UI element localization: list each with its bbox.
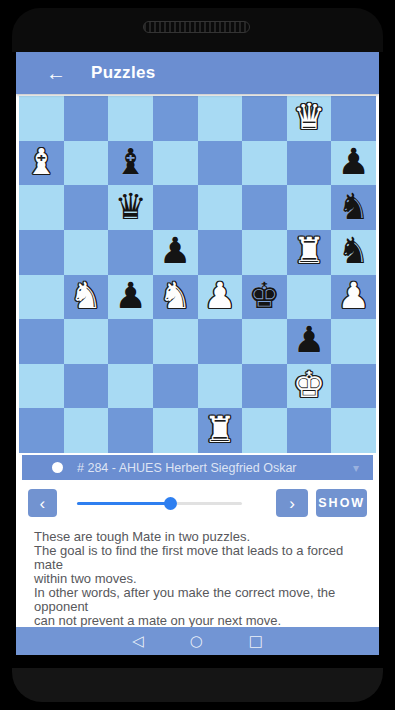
square-f2[interactable]: [242, 364, 287, 409]
square-h8[interactable]: [331, 96, 376, 141]
black-pawn-piece: ♟︎: [114, 278, 146, 314]
speaker-grille-icon: [143, 21, 250, 33]
square-h2[interactable]: [331, 364, 376, 409]
square-h6[interactable]: ♞︎: [331, 185, 376, 230]
white-king-piece: ♚︎: [293, 367, 325, 403]
square-c6[interactable]: ♛︎: [108, 185, 153, 230]
square-b2[interactable]: [64, 364, 109, 409]
square-d7[interactable]: [153, 141, 198, 186]
puzzle-title: # 284 - AHUES Herbert Siegfried Oskar: [77, 461, 339, 475]
square-f4[interactable]: ♚︎: [242, 275, 287, 320]
white-pawn-piece: ♟︎: [204, 278, 236, 314]
square-d8[interactable]: [153, 96, 198, 141]
puzzle-slider[interactable]: [77, 489, 242, 517]
square-b6[interactable]: [64, 185, 109, 230]
square-d4[interactable]: ♞︎: [153, 275, 198, 320]
square-e5[interactable]: [198, 230, 243, 275]
square-g2[interactable]: ♚︎: [287, 364, 332, 409]
square-a5[interactable]: [19, 230, 64, 275]
square-g6[interactable]: [287, 185, 332, 230]
instructions-text: These are tough Mate in two puzzles. The…: [16, 517, 379, 627]
square-d3[interactable]: [153, 319, 198, 364]
black-bishop-piece: ♝︎: [114, 144, 146, 180]
square-e4[interactable]: ♟︎: [198, 275, 243, 320]
black-knight-piece: ♞︎: [338, 233, 370, 269]
phone-frame: ← Puzzles ♛︎♝︎♝︎♟︎♛︎♞︎♟︎♜︎♞︎♞︎♟︎♞︎♟︎♚︎♟︎…: [0, 0, 395, 710]
chevron-right-icon: ›: [289, 495, 295, 512]
square-a3[interactable]: [19, 319, 64, 364]
square-a1[interactable]: [19, 408, 64, 453]
square-h1[interactable]: [331, 408, 376, 453]
square-g4[interactable]: [287, 275, 332, 320]
show-button[interactable]: SHOW: [316, 489, 367, 517]
black-pawn-piece: ♟︎: [159, 233, 191, 269]
white-queen-piece: ♛︎: [293, 99, 325, 135]
screen: ← Puzzles ♛︎♝︎♝︎♟︎♛︎♞︎♟︎♜︎♞︎♞︎♟︎♞︎♟︎♚︎♟︎…: [16, 52, 379, 655]
square-a6[interactable]: [19, 185, 64, 230]
square-e7[interactable]: [198, 141, 243, 186]
square-a7[interactable]: ♝︎: [19, 141, 64, 186]
chevron-left-icon: ‹: [40, 495, 46, 512]
black-knight-piece: ♞︎: [338, 189, 370, 225]
white-rook-piece: ♜︎: [293, 233, 325, 269]
square-f7[interactable]: [242, 141, 287, 186]
square-c5[interactable]: [108, 230, 153, 275]
dropdown-icon: ▾: [353, 461, 359, 475]
square-h7[interactable]: ♟︎: [331, 141, 376, 186]
nav-back-icon[interactable]: ◁: [132, 634, 144, 649]
black-pawn-piece: ♟︎: [293, 322, 325, 358]
content-area: ♛︎♝︎♝︎♟︎♛︎♞︎♟︎♜︎♞︎♞︎♟︎♞︎♟︎♚︎♟︎♟︎♚︎♜︎ # 2…: [16, 94, 379, 627]
back-arrow-icon[interactable]: ←: [46, 63, 66, 83]
square-g3[interactable]: ♟︎: [287, 319, 332, 364]
square-a4[interactable]: [19, 275, 64, 320]
square-a8[interactable]: [19, 96, 64, 141]
square-e6[interactable]: [198, 185, 243, 230]
square-e2[interactable]: [198, 364, 243, 409]
square-d6[interactable]: [153, 185, 198, 230]
square-g1[interactable]: [287, 408, 332, 453]
chess-board: ♛︎♝︎♝︎♟︎♛︎♞︎♟︎♜︎♞︎♞︎♟︎♞︎♟︎♚︎♟︎♟︎♚︎♜︎: [19, 96, 376, 453]
square-f1[interactable]: [242, 408, 287, 453]
square-g7[interactable]: [287, 141, 332, 186]
square-d1[interactable]: [153, 408, 198, 453]
square-b7[interactable]: [64, 141, 109, 186]
square-g8[interactable]: ♛︎: [287, 96, 332, 141]
page-title: Puzzles: [91, 63, 155, 83]
puzzle-selector[interactable]: # 284 - AHUES Herbert Siegfried Oskar ▾: [22, 455, 373, 480]
puzzle-bullet-icon: [52, 462, 63, 473]
black-queen-piece: ♛︎: [114, 189, 146, 225]
square-e3[interactable]: [198, 319, 243, 364]
square-c3[interactable]: [108, 319, 153, 364]
prev-puzzle-button[interactable]: ‹: [28, 489, 57, 517]
white-knight-piece: ♞︎: [159, 278, 191, 314]
square-c7[interactable]: ♝︎: [108, 141, 153, 186]
slider-fill: [77, 502, 171, 505]
square-f8[interactable]: [242, 96, 287, 141]
android-nav-bar: ◁ ○ □: [16, 627, 379, 655]
white-pawn-piece: ♟︎: [338, 278, 370, 314]
white-bishop-piece: ♝︎: [25, 144, 57, 180]
nav-recents-icon[interactable]: □: [249, 634, 263, 649]
square-b3[interactable]: [64, 319, 109, 364]
square-h4[interactable]: ♟︎: [331, 275, 376, 320]
square-b1[interactable]: [64, 408, 109, 453]
square-a2[interactable]: [19, 364, 64, 409]
slider-thumb[interactable]: [164, 497, 177, 510]
square-c8[interactable]: [108, 96, 153, 141]
square-d2[interactable]: [153, 364, 198, 409]
nav-home-icon[interactable]: ○: [190, 634, 203, 649]
square-e1[interactable]: ♜︎: [198, 408, 243, 453]
square-b4[interactable]: ♞︎: [64, 275, 109, 320]
square-e8[interactable]: [198, 96, 243, 141]
app-bar: ← Puzzles: [16, 52, 379, 94]
square-c2[interactable]: [108, 364, 153, 409]
black-king-piece: ♚︎: [248, 278, 280, 314]
square-g5[interactable]: ♜︎: [287, 230, 332, 275]
square-f3[interactable]: [242, 319, 287, 364]
square-b8[interactable]: [64, 96, 109, 141]
square-b5[interactable]: [64, 230, 109, 275]
square-c4[interactable]: ♟︎: [108, 275, 153, 320]
black-pawn-piece: ♟︎: [338, 144, 370, 180]
square-h3[interactable]: [331, 319, 376, 364]
square-f6[interactable]: [242, 185, 287, 230]
square-f5[interactable]: [242, 230, 287, 275]
white-knight-piece: ♞︎: [70, 278, 102, 314]
square-c1[interactable]: [108, 408, 153, 453]
next-puzzle-button[interactable]: ›: [276, 489, 309, 517]
square-h5[interactable]: ♞︎: [331, 230, 376, 275]
slider-track[interactable]: [77, 502, 242, 505]
square-d5[interactable]: ♟︎: [153, 230, 198, 275]
phone-bottom-edge: [12, 668, 383, 702]
white-rook-piece: ♜︎: [204, 412, 236, 448]
controls-row: ‹ › SHOW: [28, 489, 367, 517]
